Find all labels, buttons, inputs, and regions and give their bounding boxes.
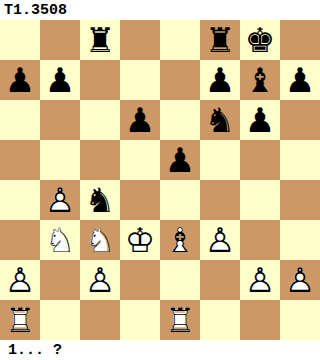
square-c6[interactable] bbox=[80, 100, 120, 140]
square-a2[interactable]: ♟♙ bbox=[0, 260, 40, 300]
square-b4[interactable]: ♟♙ bbox=[40, 180, 80, 220]
white-pawn[interactable]: ♙ bbox=[200, 220, 240, 260]
square-g2[interactable]: ♟♙ bbox=[240, 260, 280, 300]
white-rook[interactable]: ♖ bbox=[0, 300, 40, 340]
square-g4[interactable] bbox=[240, 180, 280, 220]
square-a8[interactable] bbox=[0, 20, 40, 60]
puzzle-footer: 1... ? bbox=[0, 340, 320, 360]
square-a1[interactable]: ♜♖ bbox=[0, 300, 40, 340]
square-g6[interactable]: ♟ bbox=[240, 100, 280, 140]
white-rook[interactable]: ♖ bbox=[160, 300, 200, 340]
chess-puzzle-app: T1.3508 ♜♜♚♟♟♟♝♟♟♞♟♟♟♙♞♞♘♞♘♚♔♝♗♟♙♟♙♟♙♟♙♟… bbox=[0, 0, 320, 360]
square-c1[interactable] bbox=[80, 300, 120, 340]
black-pawn[interactable]: ♟ bbox=[0, 60, 40, 100]
square-e5[interactable]: ♟ bbox=[160, 140, 200, 180]
black-rook[interactable]: ♜ bbox=[80, 20, 120, 60]
white-pawn[interactable]: ♙ bbox=[280, 260, 320, 300]
black-knight[interactable]: ♞ bbox=[200, 100, 240, 140]
square-f2[interactable] bbox=[200, 260, 240, 300]
black-pawn[interactable]: ♟ bbox=[240, 100, 280, 140]
square-f8[interactable]: ♜ bbox=[200, 20, 240, 60]
square-f4[interactable] bbox=[200, 180, 240, 220]
square-e1[interactable]: ♜♖ bbox=[160, 300, 200, 340]
puzzle-header: T1.3508 bbox=[0, 0, 320, 20]
square-h4[interactable] bbox=[280, 180, 320, 220]
square-d8[interactable] bbox=[120, 20, 160, 60]
white-pawn[interactable]: ♙ bbox=[40, 180, 80, 220]
square-e8[interactable] bbox=[160, 20, 200, 60]
white-pawn[interactable]: ♙ bbox=[80, 260, 120, 300]
square-d5[interactable] bbox=[120, 140, 160, 180]
square-c3[interactable]: ♞♘ bbox=[80, 220, 120, 260]
square-h3[interactable] bbox=[280, 220, 320, 260]
square-e7[interactable] bbox=[160, 60, 200, 100]
square-h7[interactable]: ♟ bbox=[280, 60, 320, 100]
square-d6[interactable]: ♟ bbox=[120, 100, 160, 140]
square-d3[interactable]: ♚♔ bbox=[120, 220, 160, 260]
square-e2[interactable] bbox=[160, 260, 200, 300]
square-a4[interactable] bbox=[0, 180, 40, 220]
white-knight[interactable]: ♘ bbox=[80, 220, 120, 260]
square-h8[interactable] bbox=[280, 20, 320, 60]
white-pawn[interactable]: ♙ bbox=[0, 260, 40, 300]
square-b7[interactable]: ♟ bbox=[40, 60, 80, 100]
chess-board: ♜♜♚♟♟♟♝♟♟♞♟♟♟♙♞♞♘♞♘♚♔♝♗♟♙♟♙♟♙♟♙♟♙♜♖♜♖ bbox=[0, 20, 320, 340]
square-f5[interactable] bbox=[200, 140, 240, 180]
square-h1[interactable] bbox=[280, 300, 320, 340]
square-c8[interactable]: ♜ bbox=[80, 20, 120, 60]
black-pawn[interactable]: ♟ bbox=[160, 140, 200, 180]
black-pawn[interactable]: ♟ bbox=[200, 60, 240, 100]
square-g1[interactable] bbox=[240, 300, 280, 340]
square-e6[interactable] bbox=[160, 100, 200, 140]
square-a3[interactable] bbox=[0, 220, 40, 260]
square-h6[interactable] bbox=[280, 100, 320, 140]
square-h5[interactable] bbox=[280, 140, 320, 180]
square-d1[interactable] bbox=[120, 300, 160, 340]
square-b8[interactable] bbox=[40, 20, 80, 60]
white-knight[interactable]: ♘ bbox=[40, 220, 80, 260]
square-f7[interactable]: ♟ bbox=[200, 60, 240, 100]
square-e3[interactable]: ♝♗ bbox=[160, 220, 200, 260]
move-prompt: 1... ? bbox=[8, 342, 62, 359]
black-pawn[interactable]: ♟ bbox=[280, 60, 320, 100]
black-bishop[interactable]: ♝ bbox=[240, 60, 280, 100]
square-f6[interactable]: ♞ bbox=[200, 100, 240, 140]
square-h2[interactable]: ♟♙ bbox=[280, 260, 320, 300]
black-rook[interactable]: ♜ bbox=[200, 20, 240, 60]
square-d4[interactable] bbox=[120, 180, 160, 220]
square-f3[interactable]: ♟♙ bbox=[200, 220, 240, 260]
square-a5[interactable] bbox=[0, 140, 40, 180]
square-f1[interactable] bbox=[200, 300, 240, 340]
square-b2[interactable] bbox=[40, 260, 80, 300]
white-bishop[interactable]: ♗ bbox=[160, 220, 200, 260]
black-pawn[interactable]: ♟ bbox=[120, 100, 160, 140]
square-g7[interactable]: ♝ bbox=[240, 60, 280, 100]
square-e4[interactable] bbox=[160, 180, 200, 220]
square-a6[interactable] bbox=[0, 100, 40, 140]
square-d2[interactable] bbox=[120, 260, 160, 300]
square-c7[interactable] bbox=[80, 60, 120, 100]
square-b1[interactable] bbox=[40, 300, 80, 340]
white-king[interactable]: ♔ bbox=[120, 220, 160, 260]
square-a7[interactable]: ♟ bbox=[0, 60, 40, 100]
square-g5[interactable] bbox=[240, 140, 280, 180]
square-b3[interactable]: ♞♘ bbox=[40, 220, 80, 260]
square-b6[interactable] bbox=[40, 100, 80, 140]
puzzle-id: T1.3508 bbox=[4, 2, 67, 19]
black-pawn[interactable]: ♟ bbox=[40, 60, 80, 100]
square-c4[interactable]: ♞ bbox=[80, 180, 120, 220]
white-pawn[interactable]: ♙ bbox=[240, 260, 280, 300]
square-c5[interactable] bbox=[80, 140, 120, 180]
square-g8[interactable]: ♚ bbox=[240, 20, 280, 60]
black-king[interactable]: ♚ bbox=[240, 20, 280, 60]
square-c2[interactable]: ♟♙ bbox=[80, 260, 120, 300]
square-d7[interactable] bbox=[120, 60, 160, 100]
square-b5[interactable] bbox=[40, 140, 80, 180]
black-knight[interactable]: ♞ bbox=[80, 180, 120, 220]
square-g3[interactable] bbox=[240, 220, 280, 260]
